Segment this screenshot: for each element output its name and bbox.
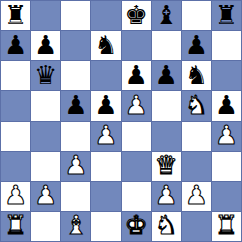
black-rook: ♜: [215, 2, 238, 28]
black-pawn: ♟: [94, 92, 117, 118]
square-e1[interactable]: ♚: [122, 212, 151, 241]
square-h7[interactable]: [212, 31, 241, 60]
black-knight: ♞: [185, 62, 208, 88]
square-g4[interactable]: [182, 122, 211, 151]
black-queen: ♛: [34, 62, 57, 88]
square-f6[interactable]: ♟: [152, 61, 181, 90]
square-e6[interactable]: ♟: [122, 61, 151, 90]
square-d4[interactable]: ♟: [91, 122, 120, 151]
square-e7[interactable]: [122, 31, 151, 60]
square-g1[interactable]: [182, 212, 211, 241]
white-knight: ♞: [155, 212, 178, 238]
black-king: ♚: [124, 2, 147, 28]
square-a4[interactable]: [1, 122, 30, 151]
square-e2[interactable]: [122, 182, 151, 211]
square-e4[interactable]: [122, 122, 151, 151]
square-b7[interactable]: ♟: [31, 31, 60, 60]
white-pawn: ♟: [124, 92, 147, 118]
square-b6[interactable]: ♛: [31, 61, 60, 90]
black-pawn: ♟: [4, 32, 27, 58]
square-d5[interactable]: ♟: [91, 91, 120, 120]
black-rook: ♜: [4, 2, 27, 28]
square-c2[interactable]: [61, 182, 90, 211]
square-f8[interactable]: ♝: [152, 1, 181, 30]
white-pawn: ♟: [34, 182, 57, 208]
black-pawn: ♟: [215, 92, 238, 118]
square-c5[interactable]: ♟: [61, 91, 90, 120]
square-d7[interactable]: ♞: [91, 31, 120, 60]
square-g8[interactable]: [182, 1, 211, 30]
square-c4[interactable]: [61, 122, 90, 151]
square-b3[interactable]: [31, 152, 60, 181]
square-h6[interactable]: [212, 61, 241, 90]
white-queen: ♛: [155, 152, 178, 178]
square-h5[interactable]: ♟: [212, 91, 241, 120]
square-f1[interactable]: ♞: [152, 212, 181, 241]
white-rook: ♜: [4, 212, 27, 238]
black-bishop: ♝: [155, 2, 178, 28]
white-knight: ♞: [185, 92, 208, 118]
square-f4[interactable]: [152, 122, 181, 151]
black-pawn: ♟: [34, 32, 57, 58]
square-d2[interactable]: [91, 182, 120, 211]
square-f5[interactable]: [152, 91, 181, 120]
square-d8[interactable]: [91, 1, 120, 30]
white-pawn: ♟: [185, 182, 208, 208]
white-rook: ♜: [215, 212, 238, 238]
square-a1[interactable]: ♜: [1, 212, 30, 241]
square-h8[interactable]: ♜: [212, 1, 241, 30]
square-d6[interactable]: [91, 61, 120, 90]
square-h1[interactable]: ♜: [212, 212, 241, 241]
square-e8[interactable]: ♚: [122, 1, 151, 30]
black-pawn: ♟: [185, 32, 208, 58]
square-c3[interactable]: ♟: [61, 152, 90, 181]
chess-board: ♜♚♝♜♟♟♞♟♛♟♟♞♟♟♟♞♟♟♟♟♛♟♟♟♟♜♝♚♞♜: [0, 0, 242, 242]
square-a6[interactable]: [1, 61, 30, 90]
square-f2[interactable]: ♟: [152, 182, 181, 211]
square-b8[interactable]: [31, 1, 60, 30]
black-pawn: ♟: [64, 92, 87, 118]
white-pawn: ♟: [215, 122, 238, 148]
square-g5[interactable]: ♞: [182, 91, 211, 120]
square-b2[interactable]: ♟: [31, 182, 60, 211]
square-c7[interactable]: [61, 31, 90, 60]
black-pawn: ♟: [155, 62, 178, 88]
square-g7[interactable]: ♟: [182, 31, 211, 60]
square-e3[interactable]: [122, 152, 151, 181]
square-c1[interactable]: ♝: [61, 212, 90, 241]
square-c6[interactable]: [61, 61, 90, 90]
square-b1[interactable]: [31, 212, 60, 241]
square-g6[interactable]: ♞: [182, 61, 211, 90]
white-pawn: ♟: [94, 122, 117, 148]
square-h3[interactable]: [212, 152, 241, 181]
white-pawn: ♟: [4, 182, 27, 208]
square-g3[interactable]: [182, 152, 211, 181]
square-b4[interactable]: [31, 122, 60, 151]
square-e5[interactable]: ♟: [122, 91, 151, 120]
square-a2[interactable]: ♟: [1, 182, 30, 211]
white-pawn: ♟: [155, 182, 178, 208]
square-h2[interactable]: [212, 182, 241, 211]
black-knight: ♞: [94, 32, 117, 58]
square-a8[interactable]: ♜: [1, 1, 30, 30]
white-king: ♚: [124, 212, 147, 238]
black-pawn: ♟: [124, 62, 147, 88]
white-pawn: ♟: [64, 152, 87, 178]
square-b5[interactable]: [31, 91, 60, 120]
square-d3[interactable]: [91, 152, 120, 181]
square-g2[interactable]: ♟: [182, 182, 211, 211]
square-c8[interactable]: [61, 1, 90, 30]
square-h4[interactable]: ♟: [212, 122, 241, 151]
square-f3[interactable]: ♛: [152, 152, 181, 181]
white-bishop: ♝: [64, 212, 87, 238]
square-a5[interactable]: [1, 91, 30, 120]
square-a7[interactable]: ♟: [1, 31, 30, 60]
square-d1[interactable]: [91, 212, 120, 241]
square-a3[interactable]: [1, 152, 30, 181]
square-f7[interactable]: [152, 31, 181, 60]
